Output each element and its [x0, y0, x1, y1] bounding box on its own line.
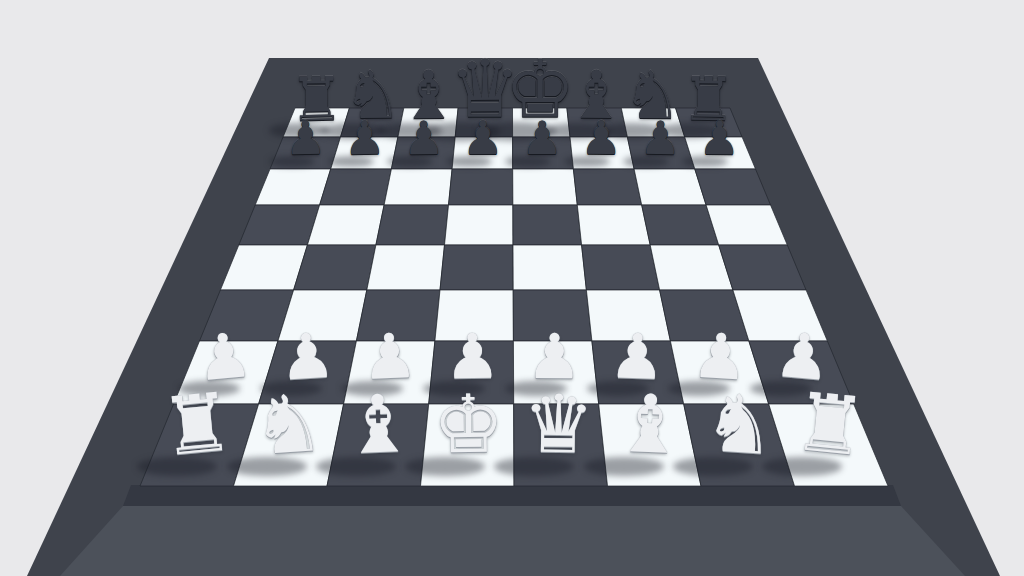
- piece-white-knight-b1[interactable]: ♞: [249, 382, 326, 467]
- piece-white-rook-a1[interactable]: ♜: [158, 382, 237, 469]
- piece-white-bishop-f1[interactable]: ♝: [612, 383, 687, 466]
- piece-black-pawn-h7[interactable]: ♟: [699, 114, 741, 161]
- piece-white-rook-h1[interactable]: ♜: [791, 382, 870, 469]
- chess-scene: ♜♞♝♛♚♝♞♜♟♟♟♟♟♟♟♟♟♟♟♟♟♟♟♟♜♞♝♚♛♝♞♜: [0, 0, 1024, 576]
- pieces-layer: ♜♞♝♛♚♝♞♜♟♟♟♟♟♟♟♟♟♟♟♟♟♟♟♟♜♞♝♚♛♝♞♜: [0, 0, 1024, 576]
- piece-black-pawn-d7[interactable]: ♟: [462, 115, 503, 161]
- piece-black-pawn-f7[interactable]: ♟: [581, 115, 623, 161]
- piece-white-king-d1[interactable]: ♚: [432, 384, 505, 465]
- piece-black-pawn-e7[interactable]: ♟: [522, 115, 563, 161]
- piece-black-pawn-a7[interactable]: ♟: [285, 114, 327, 161]
- piece-white-queen-e1[interactable]: ♛: [523, 384, 596, 465]
- piece-white-knight-g1[interactable]: ♞: [701, 382, 778, 467]
- piece-black-pawn-g7[interactable]: ♟: [640, 114, 682, 161]
- piece-black-pawn-b7[interactable]: ♟: [344, 114, 386, 161]
- piece-black-pawn-c7[interactable]: ♟: [403, 115, 445, 161]
- piece-white-bishop-c1[interactable]: ♝: [341, 383, 416, 466]
